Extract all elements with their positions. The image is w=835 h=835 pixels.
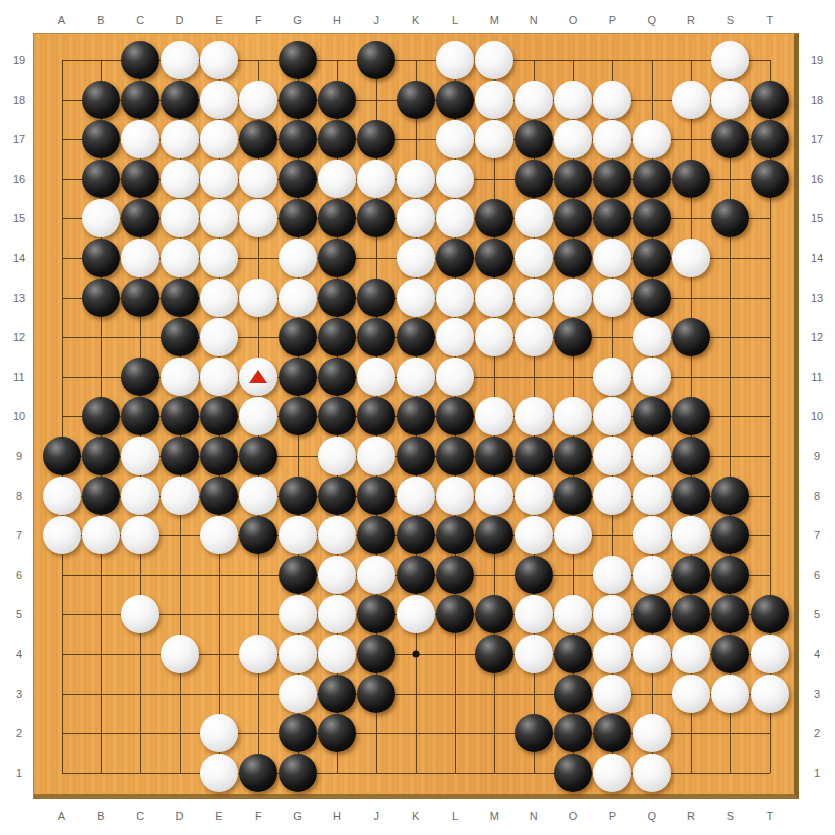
black-stone-H18[interactable] — [318, 81, 356, 119]
row-label-left: 8 — [16, 490, 22, 502]
black-stone-S7[interactable] — [711, 516, 749, 554]
black-stone-C18[interactable] — [121, 81, 159, 119]
white-stone-M10[interactable] — [475, 397, 513, 435]
black-stone-G19[interactable] — [279, 41, 317, 79]
black-stone-O14[interactable] — [554, 239, 592, 277]
black-stone-G1[interactable] — [279, 754, 317, 792]
white-stone-D11[interactable] — [161, 358, 199, 396]
white-stone-D8[interactable] — [161, 477, 199, 515]
white-stone-L13[interactable] — [436, 279, 474, 317]
black-stone-G17[interactable] — [279, 120, 317, 158]
white-stone-O18[interactable] — [554, 81, 592, 119]
white-stone-J9[interactable] — [357, 437, 395, 475]
black-stone-O4[interactable] — [554, 635, 592, 673]
black-stone-K6[interactable] — [397, 556, 435, 594]
white-stone-P13[interactable] — [593, 279, 631, 317]
black-stone-R6[interactable] — [672, 556, 710, 594]
black-stone-K18[interactable] — [397, 81, 435, 119]
white-stone-G13[interactable] — [279, 279, 317, 317]
black-stone-C15[interactable] — [121, 199, 159, 237]
black-stone-D18[interactable] — [161, 81, 199, 119]
black-stone-J13[interactable] — [357, 279, 395, 317]
white-stone-Q9[interactable] — [633, 437, 671, 475]
white-stone-K15[interactable] — [397, 199, 435, 237]
white-stone-F4[interactable] — [239, 635, 277, 673]
white-stone-F13[interactable] — [239, 279, 277, 317]
white-stone-Q2[interactable] — [633, 714, 671, 752]
black-stone-O12[interactable] — [554, 318, 592, 356]
white-stone-N13[interactable] — [515, 279, 553, 317]
white-stone-H5[interactable] — [318, 595, 356, 633]
black-stone-N6[interactable] — [515, 556, 553, 594]
white-stone-P9[interactable] — [593, 437, 631, 475]
row-label-left: 7 — [16, 529, 22, 541]
white-stone-S18[interactable] — [711, 81, 749, 119]
white-stone-R14[interactable] — [672, 239, 710, 277]
black-stone-H10[interactable] — [318, 397, 356, 435]
white-stone-K16[interactable] — [397, 160, 435, 198]
white-stone-H4[interactable] — [318, 635, 356, 673]
white-stone-H9[interactable] — [318, 437, 356, 475]
white-stone-L12[interactable] — [436, 318, 474, 356]
white-stone-K11[interactable] — [397, 358, 435, 396]
white-stone-G7[interactable] — [279, 516, 317, 554]
white-stone-H7[interactable] — [318, 516, 356, 554]
column-label-bottom: H — [333, 810, 341, 822]
white-stone-Q8[interactable] — [633, 477, 671, 515]
white-stone-F10[interactable] — [239, 397, 277, 435]
white-stone-J6[interactable] — [357, 556, 395, 594]
white-stone-D14[interactable] — [161, 239, 199, 277]
black-stone-O2[interactable] — [554, 714, 592, 752]
white-stone-N12[interactable] — [515, 318, 553, 356]
black-stone-O1[interactable] — [554, 754, 592, 792]
white-stone-L8[interactable] — [436, 477, 474, 515]
black-stone-R12[interactable] — [672, 318, 710, 356]
row-label-right: 2 — [814, 727, 820, 739]
black-stone-Q15[interactable] — [633, 199, 671, 237]
black-stone-B16[interactable] — [82, 160, 120, 198]
black-stone-L10[interactable] — [436, 397, 474, 435]
black-stone-N2[interactable] — [515, 714, 553, 752]
white-stone-L11[interactable] — [436, 358, 474, 396]
black-stone-G18[interactable] — [279, 81, 317, 119]
white-stone-P4[interactable] — [593, 635, 631, 673]
black-stone-C13[interactable] — [121, 279, 159, 317]
column-label-bottom: F — [255, 810, 262, 822]
black-stone-J12[interactable] — [357, 318, 395, 356]
white-stone-E19[interactable] — [200, 41, 238, 79]
black-stone-J19[interactable] — [357, 41, 395, 79]
black-stone-L5[interactable] — [436, 595, 474, 633]
white-stone-L16[interactable] — [436, 160, 474, 198]
row-label-left: 13 — [13, 292, 25, 304]
black-stone-R16[interactable] — [672, 160, 710, 198]
white-stone-K5[interactable] — [397, 595, 435, 633]
black-stone-O16[interactable] — [554, 160, 592, 198]
black-stone-M7[interactable] — [475, 516, 513, 554]
black-stone-H2[interactable] — [318, 714, 356, 752]
white-stone-R7[interactable] — [672, 516, 710, 554]
white-stone-T3[interactable] — [751, 675, 789, 713]
black-stone-B10[interactable] — [82, 397, 120, 435]
black-stone-F1[interactable] — [239, 754, 277, 792]
white-stone-D16[interactable] — [161, 160, 199, 198]
black-stone-G6[interactable] — [279, 556, 317, 594]
white-stone-J11[interactable] — [357, 358, 395, 396]
white-stone-Q1[interactable] — [633, 754, 671, 792]
black-stone-G8[interactable] — [279, 477, 317, 515]
black-stone-H3[interactable] — [318, 675, 356, 713]
black-stone-S15[interactable] — [711, 199, 749, 237]
white-stone-D19[interactable] — [161, 41, 199, 79]
column-label-top: F — [255, 14, 262, 26]
white-stone-N7[interactable] — [515, 516, 553, 554]
column-label-bottom: E — [215, 810, 222, 822]
white-stone-G3[interactable] — [279, 675, 317, 713]
black-stone-C16[interactable] — [121, 160, 159, 198]
white-stone-G4[interactable] — [279, 635, 317, 673]
white-stone-E13[interactable] — [200, 279, 238, 317]
white-stone-P6[interactable] — [593, 556, 631, 594]
white-stone-Q11[interactable] — [633, 358, 671, 396]
black-stone-M5[interactable] — [475, 595, 513, 633]
white-stone-P14[interactable] — [593, 239, 631, 277]
white-stone-H16[interactable] — [318, 160, 356, 198]
black-stone-N17[interactable] — [515, 120, 553, 158]
black-stone-R5[interactable] — [672, 595, 710, 633]
black-stone-H14[interactable] — [318, 239, 356, 277]
black-stone-D13[interactable] — [161, 279, 199, 317]
column-label-bottom: R — [687, 810, 695, 822]
white-stone-D15[interactable] — [161, 199, 199, 237]
white-stone-P8[interactable] — [593, 477, 631, 515]
black-stone-J17[interactable] — [357, 120, 395, 158]
row-label-right: 8 — [814, 490, 820, 502]
black-stone-H15[interactable] — [318, 199, 356, 237]
black-stone-D10[interactable] — [161, 397, 199, 435]
black-stone-S6[interactable] — [711, 556, 749, 594]
white-stone-H6[interactable] — [318, 556, 356, 594]
black-stone-T17[interactable] — [751, 120, 789, 158]
black-stone-H11[interactable] — [318, 358, 356, 396]
black-stone-K7[interactable] — [397, 516, 435, 554]
white-stone-F11[interactable] — [239, 358, 277, 396]
white-stone-P10[interactable] — [593, 397, 631, 435]
column-label-bottom: G — [293, 810, 302, 822]
black-stone-H8[interactable] — [318, 477, 356, 515]
column-label-bottom: S — [727, 810, 734, 822]
white-stone-L17[interactable] — [436, 120, 474, 158]
white-stone-Q6[interactable] — [633, 556, 671, 594]
black-stone-L18[interactable] — [436, 81, 474, 119]
black-stone-P2[interactable] — [593, 714, 631, 752]
last-move-triangle-marker — [249, 370, 267, 383]
black-stone-C11[interactable] — [121, 358, 159, 396]
white-stone-P18[interactable] — [593, 81, 631, 119]
black-stone-K9[interactable] — [397, 437, 435, 475]
white-stone-F8[interactable] — [239, 477, 277, 515]
black-stone-G10[interactable] — [279, 397, 317, 435]
white-stone-N4[interactable] — [515, 635, 553, 673]
white-stone-B7[interactable] — [82, 516, 120, 554]
column-label-top: L — [452, 14, 458, 26]
black-stone-S17[interactable] — [711, 120, 749, 158]
black-stone-C19[interactable] — [121, 41, 159, 79]
white-stone-N8[interactable] — [515, 477, 553, 515]
black-stone-T5[interactable] — [751, 595, 789, 633]
black-stone-D9[interactable] — [161, 437, 199, 475]
white-stone-S19[interactable] — [711, 41, 749, 79]
white-stone-J16[interactable] — [357, 160, 395, 198]
white-stone-F16[interactable] — [239, 160, 277, 198]
black-stone-A9[interactable] — [43, 437, 81, 475]
white-stone-P3[interactable] — [593, 675, 631, 713]
row-label-right: 13 — [811, 292, 823, 304]
black-stone-J15[interactable] — [357, 199, 395, 237]
white-stone-E16[interactable] — [200, 160, 238, 198]
white-stone-E14[interactable] — [200, 239, 238, 277]
black-stone-K10[interactable] — [397, 397, 435, 435]
row-label-right: 3 — [814, 688, 820, 700]
row-label-right: 19 — [811, 54, 823, 66]
white-stone-G5[interactable] — [279, 595, 317, 633]
black-stone-K12[interactable] — [397, 318, 435, 356]
black-stone-C10[interactable] — [121, 397, 159, 435]
black-stone-R10[interactable] — [672, 397, 710, 435]
white-stone-F15[interactable] — [239, 199, 277, 237]
white-stone-A7[interactable] — [43, 516, 81, 554]
row-label-left: 11 — [13, 371, 24, 383]
column-label-top: D — [176, 14, 184, 26]
white-stone-C5[interactable] — [121, 595, 159, 633]
row-label-left: 18 — [13, 94, 25, 106]
column-label-bottom: Q — [647, 810, 656, 822]
black-stone-J10[interactable] — [357, 397, 395, 435]
white-stone-D17[interactable] — [161, 120, 199, 158]
black-stone-B17[interactable] — [82, 120, 120, 158]
white-stone-R3[interactable] — [672, 675, 710, 713]
black-stone-B18[interactable] — [82, 81, 120, 119]
white-stone-O5[interactable] — [554, 595, 592, 633]
black-stone-G11[interactable] — [279, 358, 317, 396]
black-stone-G2[interactable] — [279, 714, 317, 752]
column-label-bottom: A — [58, 810, 65, 822]
white-stone-Q4[interactable] — [633, 635, 671, 673]
row-label-left: 16 — [13, 173, 25, 185]
black-stone-J8[interactable] — [357, 477, 395, 515]
black-stone-B13[interactable] — [82, 279, 120, 317]
black-stone-G15[interactable] — [279, 199, 317, 237]
black-stone-Q10[interactable] — [633, 397, 671, 435]
white-stone-C14[interactable] — [121, 239, 159, 277]
white-stone-E17[interactable] — [200, 120, 238, 158]
row-label-right: 9 — [814, 450, 820, 462]
column-label-bottom: J — [374, 810, 380, 822]
white-stone-E2[interactable] — [200, 714, 238, 752]
white-stone-M17[interactable] — [475, 120, 513, 158]
white-stone-D4[interactable] — [161, 635, 199, 673]
white-stone-P5[interactable] — [593, 595, 631, 633]
black-stone-Q5[interactable] — [633, 595, 671, 633]
black-stone-O9[interactable] — [554, 437, 592, 475]
white-stone-M18[interactable] — [475, 81, 513, 119]
white-stone-E12[interactable] — [200, 318, 238, 356]
white-stone-T4[interactable] — [751, 635, 789, 673]
white-stone-N5[interactable] — [515, 595, 553, 633]
black-stone-D12[interactable] — [161, 318, 199, 356]
column-label-top: G — [293, 14, 302, 26]
row-label-left: 9 — [16, 450, 22, 462]
white-stone-E11[interactable] — [200, 358, 238, 396]
black-stone-Q14[interactable] — [633, 239, 671, 277]
row-label-left: 19 — [13, 54, 25, 66]
white-stone-K8[interactable] — [397, 477, 435, 515]
black-stone-R9[interactable] — [672, 437, 710, 475]
black-stone-P15[interactable] — [593, 199, 631, 237]
black-stone-H12[interactable] — [318, 318, 356, 356]
black-stone-E8[interactable] — [200, 477, 238, 515]
black-stone-L6[interactable] — [436, 556, 474, 594]
black-stone-M4[interactable] — [475, 635, 513, 673]
column-label-top: E — [215, 14, 222, 26]
row-label-left: 17 — [13, 133, 25, 145]
black-stone-G12[interactable] — [279, 318, 317, 356]
white-stone-O7[interactable] — [554, 516, 592, 554]
black-stone-H13[interactable] — [318, 279, 356, 317]
black-stone-S4[interactable] — [711, 635, 749, 673]
black-stone-O3[interactable] — [554, 675, 592, 713]
black-stone-E10[interactable] — [200, 397, 238, 435]
white-stone-P1[interactable] — [593, 754, 631, 792]
white-stone-K13[interactable] — [397, 279, 435, 317]
white-stone-P17[interactable] — [593, 120, 631, 158]
white-stone-E18[interactable] — [200, 81, 238, 119]
black-stone-T18[interactable] — [751, 81, 789, 119]
black-stone-Q16[interactable] — [633, 160, 671, 198]
white-stone-R4[interactable] — [672, 635, 710, 673]
row-label-left: 12 — [13, 331, 25, 343]
row-label-right: 1 — [814, 767, 820, 779]
white-stone-S3[interactable] — [711, 675, 749, 713]
black-stone-Q13[interactable] — [633, 279, 671, 317]
white-stone-Q12[interactable] — [633, 318, 671, 356]
column-label-top: C — [136, 14, 144, 26]
black-stone-O8[interactable] — [554, 477, 592, 515]
column-label-top: A — [58, 14, 65, 26]
black-stone-G16[interactable] — [279, 160, 317, 198]
black-stone-E9[interactable] — [200, 437, 238, 475]
black-stone-M9[interactable] — [475, 437, 513, 475]
white-stone-O13[interactable] — [554, 279, 592, 317]
black-stone-F9[interactable] — [239, 437, 277, 475]
row-label-right: 7 — [814, 529, 820, 541]
white-stone-P11[interactable] — [593, 358, 631, 396]
black-stone-B9[interactable] — [82, 437, 120, 475]
black-stone-O15[interactable] — [554, 199, 592, 237]
white-stone-M8[interactable] — [475, 477, 513, 515]
white-stone-G14[interactable] — [279, 239, 317, 277]
white-stone-C7[interactable] — [121, 516, 159, 554]
row-label-right: 11 — [811, 371, 822, 383]
black-stone-H17[interactable] — [318, 120, 356, 158]
white-stone-Q7[interactable] — [633, 516, 671, 554]
row-label-right: 4 — [814, 648, 820, 660]
black-stone-S5[interactable] — [711, 595, 749, 633]
white-stone-A8[interactable] — [43, 477, 81, 515]
column-label-bottom: N — [530, 810, 538, 822]
black-stone-T16[interactable] — [751, 160, 789, 198]
white-stone-O10[interactable] — [554, 397, 592, 435]
black-stone-B8[interactable] — [82, 477, 120, 515]
white-stone-F18[interactable] — [239, 81, 277, 119]
star-point — [412, 651, 419, 658]
white-stone-L19[interactable] — [436, 41, 474, 79]
white-stone-E7[interactable] — [200, 516, 238, 554]
row-label-left: 15 — [13, 212, 25, 224]
row-label-right: 5 — [814, 608, 820, 620]
white-stone-L15[interactable] — [436, 199, 474, 237]
black-stone-F7[interactable] — [239, 516, 277, 554]
white-stone-O17[interactable] — [554, 120, 592, 158]
white-stone-R18[interactable] — [672, 81, 710, 119]
black-stone-J7[interactable] — [357, 516, 395, 554]
white-stone-C9[interactable] — [121, 437, 159, 475]
column-label-top: M — [490, 14, 499, 26]
black-stone-N9[interactable] — [515, 437, 553, 475]
row-label-right: 10 — [811, 410, 823, 422]
white-stone-E1[interactable] — [200, 754, 238, 792]
white-stone-M12[interactable] — [475, 318, 513, 356]
white-stone-M19[interactable] — [475, 41, 513, 79]
white-stone-N15[interactable] — [515, 199, 553, 237]
black-stone-R8[interactable] — [672, 477, 710, 515]
white-stone-B15[interactable] — [82, 199, 120, 237]
column-label-bottom: P — [609, 810, 616, 822]
black-stone-F17[interactable] — [239, 120, 277, 158]
white-stone-C17[interactable] — [121, 120, 159, 158]
white-stone-E15[interactable] — [200, 199, 238, 237]
black-stone-L9[interactable] — [436, 437, 474, 475]
black-stone-J3[interactable] — [357, 675, 395, 713]
white-stone-M13[interactable] — [475, 279, 513, 317]
black-stone-P16[interactable] — [593, 160, 631, 198]
row-label-right: 14 — [811, 252, 823, 264]
white-stone-N14[interactable] — [515, 239, 553, 277]
column-label-bottom: C — [136, 810, 144, 822]
column-label-top: N — [530, 14, 538, 26]
black-stone-S8[interactable] — [711, 477, 749, 515]
white-stone-N18[interactable] — [515, 81, 553, 119]
black-stone-N16[interactable] — [515, 160, 553, 198]
black-stone-L14[interactable] — [436, 239, 474, 277]
column-label-top: Q — [647, 14, 656, 26]
white-stone-K14[interactable] — [397, 239, 435, 277]
white-stone-C8[interactable] — [121, 477, 159, 515]
column-label-top: J — [374, 14, 380, 26]
black-stone-L7[interactable] — [436, 516, 474, 554]
white-stone-N10[interactable] — [515, 397, 553, 435]
row-label-right: 16 — [811, 173, 823, 185]
white-stone-Q17[interactable] — [633, 120, 671, 158]
row-label-right: 15 — [811, 212, 823, 224]
black-stone-B14[interactable] — [82, 239, 120, 277]
column-label-top: H — [333, 14, 341, 26]
black-stone-M15[interactable] — [475, 199, 513, 237]
black-stone-M14[interactable] — [475, 239, 513, 277]
black-stone-J4[interactable] — [357, 635, 395, 673]
black-stone-J5[interactable] — [357, 595, 395, 633]
